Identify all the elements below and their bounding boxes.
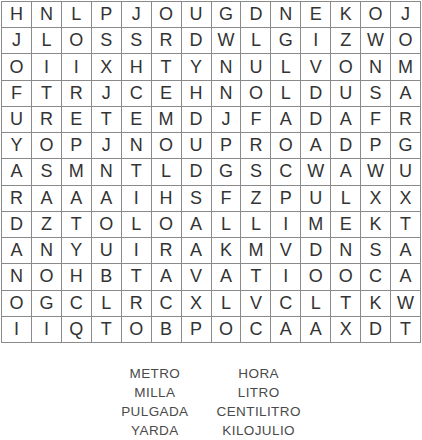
grid-cell-r3c11[interactable]: V [301,54,331,80]
grid-cell-r4c1[interactable]: F [2,81,32,107]
grid-cell-r9c10[interactable]: I [271,212,301,238]
grid-cell-r12c13[interactable]: K [361,291,391,317]
grid-cell-r13c2[interactable]: I [32,317,62,343]
grid-cell-r11c3[interactable]: H [62,264,92,290]
word-list-item-litro: LITRO [217,383,301,402]
word-list-item-pulgada: PULGADA [121,402,188,421]
grid-cell-r5c6[interactable]: M [152,107,182,133]
grid-cell-r7c10[interactable]: C [271,159,301,185]
grid-cell-r5c9[interactable]: F [241,107,271,133]
grid-cell-r6c3[interactable]: P [62,133,92,159]
grid-cell-r12c5[interactable]: R [122,291,152,317]
grid-cell-r10c8[interactable]: K [212,238,242,264]
grid-cell-r12c3[interactable]: C [62,291,92,317]
grid-cell-r8c7[interactable]: S [182,186,212,212]
grid-cell-r9c3[interactable]: T [62,212,92,238]
grid-cell-r2c9[interactable]: L [241,28,271,54]
grid-cell-r11c14[interactable]: A [391,264,421,290]
grid-cell-r3c2[interactable]: I [32,54,62,80]
grid-cell-r13c10[interactable]: A [271,317,301,343]
grid-cell-r11c6[interactable]: A [152,264,182,290]
word-list-item-metro: METRO [121,364,188,383]
grid-cell-r8c9[interactable]: Z [241,186,271,212]
grid-cell-r8c10[interactable]: P [271,186,301,212]
word-list-item-centilitro: CENTILITRO [217,402,301,421]
grid-cell-r8c14[interactable]: X [391,186,421,212]
grid-cell-r3c1[interactable]: O [2,54,32,80]
grid-cell-r6c8[interactable]: P [212,133,242,159]
grid-cell-r10c3[interactable]: Y [62,238,92,264]
grid-cell-r11c1[interactable]: N [2,264,32,290]
grid-cell-r9c2[interactable]: Z [32,212,62,238]
grid-cell-r12c9[interactable]: V [241,291,271,317]
grid-cell-r10c13[interactable]: S [361,238,391,264]
grid-cell-r6c10[interactable]: O [271,133,301,159]
grid-cell-r5c14[interactable]: R [391,107,421,133]
grid-cell-r4c5[interactable]: C [122,81,152,107]
grid-cell-r10c11[interactable]: D [301,238,331,264]
grid-cell-r3c6[interactable]: T [152,54,182,80]
grid-cell-r7c14[interactable]: U [391,159,421,185]
grid-cell-r5c8[interactable]: J [212,107,242,133]
grid-cell-r12c4[interactable]: L [92,291,122,317]
grid-cell-r8c1[interactable]: R [2,186,32,212]
grid-cell-r2c13[interactable]: W [361,28,391,54]
word-list-column-right: HORA LITRO CENTILITRO KILOJULIO [217,364,301,440]
grid-cell-r2c8[interactable]: W [212,28,242,54]
grid-cell-r11c12[interactable]: O [331,264,361,290]
grid-cell-r5c12[interactable]: A [331,107,361,133]
grid-cell-r8c11[interactable]: U [301,186,331,212]
grid-cell-r7c2[interactable]: S [32,159,62,185]
grid-cell-r6c2[interactable]: O [32,133,62,159]
grid-cell-r10c4[interactable]: U [92,238,122,264]
grid-cell-r11c5[interactable]: T [122,264,152,290]
grid-cell-r3c3[interactable]: I [62,54,92,80]
grid-cell-r10c1[interactable]: A [2,238,32,264]
grid-cell-r5c13[interactable]: F [361,107,391,133]
grid-cell-r4c13[interactable]: S [361,81,391,107]
grid-cell-r7c6[interactable]: L [152,159,182,185]
grid-cell-r13c8[interactable]: O [212,317,242,343]
grid-cell-r6c14[interactable]: G [391,133,421,159]
grid-cell-r4c12[interactable]: U [331,81,361,107]
grid-cell-r12c12[interactable]: T [331,291,361,317]
grid-cell-r3c14[interactable]: M [391,54,421,80]
grid-cell-r1c5[interactable]: J [122,2,152,28]
grid-cell-r1c14[interactable]: J [391,2,421,28]
grid-cell-r5c3[interactable]: E [62,107,92,133]
grid-cell-r1c7[interactable]: U [182,2,212,28]
grid-cell-r13c3[interactable]: Q [62,317,92,343]
grid-cell-r6c7[interactable]: U [182,133,212,159]
grid-cell-r11c11[interactable]: O [301,264,331,290]
grid-cell-r8c4[interactable]: A [92,186,122,212]
grid-cell-r4c11[interactable]: D [301,81,331,107]
grid-cell-r12c8[interactable]: L [212,291,242,317]
grid-cell-r8c12[interactable]: L [331,186,361,212]
grid-cell-r11c4[interactable]: B [92,264,122,290]
grid-cell-r1c10[interactable]: N [271,2,301,28]
word-list-item-hora: HORA [217,364,301,383]
grid-cell-r13c13[interactable]: D [361,317,391,343]
grid-cell-r10c12[interactable]: N [331,238,361,264]
grid-cell-r7c11[interactable]: W [301,159,331,185]
word-search-grid: HNLPJOUGDNEKOJJLOSSRDWLGIZWOOIIXHTYNULVO… [1,1,421,343]
grid-cell-r4c8[interactable]: N [212,81,242,107]
grid-cell-r4c4[interactable]: J [92,81,122,107]
grid-cell-r2c12[interactable]: Z [331,28,361,54]
grid-cell-r1c4[interactable]: P [92,2,122,28]
grid-cell-r5c1[interactable]: U [2,107,32,133]
grid-cell-r13c12[interactable]: X [331,317,361,343]
grid-cell-r6c12[interactable]: D [331,133,361,159]
grid-cell-r3c10[interactable]: L [271,54,301,80]
grid-cell-r6c9[interactable]: R [241,133,271,159]
grid-cell-r1c12[interactable]: K [331,2,361,28]
grid-cell-r9c9[interactable]: L [241,212,271,238]
word-list: METRO MILLA PULGADA YARDA HORA LITRO CEN… [0,364,422,440]
grid-cell-r1c1[interactable]: H [2,2,32,28]
grid-cell-r9c13[interactable]: K [361,212,391,238]
grid-cell-r2c4[interactable]: S [92,28,122,54]
grid-cell-r6c4[interactable]: J [92,133,122,159]
grid-cell-r8c6[interactable]: H [152,186,182,212]
grid-cell-r10c10[interactable]: V [271,238,301,264]
grid-cell-r10c7[interactable]: A [182,238,212,264]
grid-cell-r13c7[interactable]: P [182,317,212,343]
grid-cell-r8c3[interactable]: A [62,186,92,212]
grid-cell-r8c8[interactable]: F [212,186,242,212]
grid-cell-r10c2[interactable]: N [32,238,62,264]
grid-cell-r11c7[interactable]: V [182,264,212,290]
grid-cell-r13c14[interactable]: T [391,317,421,343]
grid-cell-r9c6[interactable]: O [152,212,182,238]
grid-cell-r13c4[interactable]: T [92,317,122,343]
grid-cell-r13c6[interactable]: B [152,317,182,343]
grid-cell-r6c1[interactable]: Y [2,133,32,159]
grid-cell-r10c6[interactable]: R [152,238,182,264]
grid-cell-r9c5[interactable]: L [122,212,152,238]
grid-cell-r9c4[interactable]: O [92,212,122,238]
grid-cell-r12c14[interactable]: W [391,291,421,317]
grid-cell-r3c4[interactable]: X [92,54,122,80]
grid-cell-r12c10[interactable]: C [271,291,301,317]
grid-cell-r8c13[interactable]: X [361,186,391,212]
grid-cell-r5c7[interactable]: D [182,107,212,133]
grid-cell-r2c5[interactable]: S [122,28,152,54]
grid-cell-r11c2[interactable]: O [32,264,62,290]
grid-cell-r12c11[interactable]: L [301,291,331,317]
grid-cell-r7c3[interactable]: M [62,159,92,185]
grid-cell-r2c6[interactable]: R [152,28,182,54]
grid-cell-r2c1[interactable]: J [2,28,32,54]
grid-cell-r9c11[interactable]: M [301,212,331,238]
grid-cell-r9c8[interactable]: L [212,212,242,238]
grid-cell-r13c9[interactable]: C [241,317,271,343]
grid-cell-r7c9[interactable]: S [241,159,271,185]
grid-cell-r5c11[interactable]: D [301,107,331,133]
grid-cell-r10c14[interactable]: A [391,238,421,264]
grid-cell-r1c9[interactable]: D [241,2,271,28]
grid-cell-r1c8[interactable]: G [212,2,242,28]
grid-cell-r7c7[interactable]: D [182,159,212,185]
grid-cell-r3c7[interactable]: Y [182,54,212,80]
grid-cell-r5c4[interactable]: T [92,107,122,133]
grid-cell-r1c11[interactable]: E [301,2,331,28]
grid-cell-r3c5[interactable]: H [122,54,152,80]
grid-cell-r4c2[interactable]: T [32,81,62,107]
grid-cell-r10c9[interactable]: M [241,238,271,264]
grid-cell-r4c14[interactable]: A [391,81,421,107]
grid-cell-r6c13[interactable]: P [361,133,391,159]
grid-cell-r13c5[interactable]: O [122,317,152,343]
grid-cell-r12c2[interactable]: G [32,291,62,317]
grid-cell-r11c9[interactable]: T [241,264,271,290]
grid-cell-r9c14[interactable]: T [391,212,421,238]
grid-cell-r2c7[interactable]: D [182,28,212,54]
grid-cell-r1c2[interactable]: N [32,2,62,28]
word-list-item-yarda: YARDA [121,421,188,440]
grid-cell-r2c11[interactable]: I [301,28,331,54]
word-search-page: HNLPJOUGDNEKOJJLOSSRDWLGIZWOOIIXHTYNULVO… [0,0,422,440]
grid-cell-r3c9[interactable]: U [241,54,271,80]
grid-cell-r10c5[interactable]: I [122,238,152,264]
word-list-item-kilojulio: KILOJULIO [217,421,301,440]
grid-cell-r9c7[interactable]: A [182,212,212,238]
grid-cell-r12c1[interactable]: O [2,291,32,317]
grid-cell-r13c11[interactable]: A [301,317,331,343]
grid-cell-r1c6[interactable]: O [152,2,182,28]
grid-cell-r1c13[interactable]: O [361,2,391,28]
grid-cell-r7c4[interactable]: N [92,159,122,185]
grid-cell-r2c2[interactable]: L [32,28,62,54]
grid-cell-r7c13[interactable]: W [361,159,391,185]
grid-cell-r4c7[interactable]: H [182,81,212,107]
grid-cell-r2c3[interactable]: O [62,28,92,54]
grid-cell-r4c10[interactable]: L [271,81,301,107]
grid-cell-r7c5[interactable]: T [122,159,152,185]
grid-cell-r9c1[interactable]: D [2,212,32,238]
grid-cell-r3c8[interactable]: N [212,54,242,80]
grid-cell-r8c5[interactable]: I [122,186,152,212]
grid-cell-r7c8[interactable]: G [212,159,242,185]
grid-cell-r8c2[interactable]: A [32,186,62,212]
grid-cell-r1c3[interactable]: L [62,2,92,28]
grid-cell-r5c10[interactable]: A [271,107,301,133]
grid-cell-r3c12[interactable]: O [331,54,361,80]
grid-cell-r5c5[interactable]: E [122,107,152,133]
grid-cell-r4c6[interactable]: E [152,81,182,107]
grid-cell-r11c8[interactable]: A [212,264,242,290]
grid-cell-r13c1[interactable]: I [2,317,32,343]
grid-cell-r6c5[interactable]: N [122,133,152,159]
grid-cell-r6c11[interactable]: A [301,133,331,159]
grid-cell-r2c10[interactable]: G [271,28,301,54]
grid-cell-r7c1[interactable]: A [2,159,32,185]
grid-cell-r2c14[interactable]: O [391,28,421,54]
grid-cell-r12c7[interactable]: X [182,291,212,317]
grid-cell-r11c13[interactable]: C [361,264,391,290]
word-list-column-left: METRO MILLA PULGADA YARDA [121,364,188,440]
grid-cell-r5c2[interactable]: R [32,107,62,133]
grid-cell-r9c12[interactable]: E [331,212,361,238]
grid-cell-r6c6[interactable]: O [152,133,182,159]
grid-cell-r11c10[interactable]: I [271,264,301,290]
grid-cell-r4c3[interactable]: R [62,81,92,107]
grid-cell-r7c12[interactable]: A [331,159,361,185]
word-list-item-milla: MILLA [121,383,188,402]
grid-cell-r3c13[interactable]: N [361,54,391,80]
grid-cell-r4c9[interactable]: O [241,81,271,107]
grid-cell-r12c6[interactable]: C [152,291,182,317]
